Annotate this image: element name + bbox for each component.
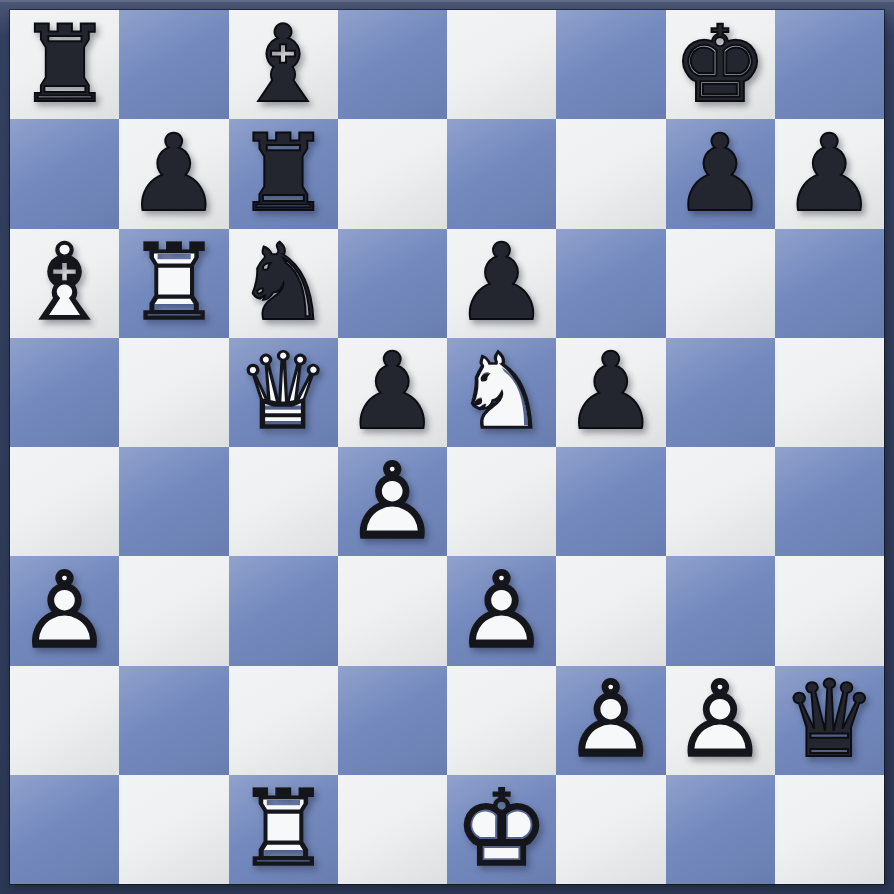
piece-black-queen[interactable]: ♛ <box>775 666 884 775</box>
square-b7[interactable]: ♟ <box>119 119 228 228</box>
square-c5[interactable]: ♛♕ <box>229 338 338 447</box>
square-a8[interactable]: ♜ <box>10 10 119 119</box>
square-f1[interactable] <box>556 775 665 884</box>
square-e2[interactable] <box>447 666 556 775</box>
square-e1[interactable]: ♚♔ <box>447 775 556 884</box>
piece-white-pawn[interactable]: ♟♙ <box>666 666 775 775</box>
square-h7[interactable]: ♟ <box>775 119 884 228</box>
square-c1[interactable]: ♜♖ <box>229 775 338 884</box>
square-h3[interactable] <box>775 556 884 665</box>
square-b5[interactable] <box>119 338 228 447</box>
piece-black-pawn[interactable]: ♟ <box>447 229 556 338</box>
king-glyph-outline: ♔ <box>447 775 556 884</box>
square-a1[interactable] <box>10 775 119 884</box>
square-e7[interactable] <box>447 119 556 228</box>
square-a3[interactable]: ♟♙ <box>10 556 119 665</box>
square-g1[interactable] <box>666 775 775 884</box>
square-a4[interactable] <box>10 447 119 556</box>
square-d1[interactable] <box>338 775 447 884</box>
chess-board: ♜♝♚♟♜♟♟♝♗♜♖♞♟♛♕♟♞♘♟♟♙♟♙♟♙♟♙♟♙♛♜♖♚♔ <box>10 10 884 884</box>
piece-black-knight[interactable]: ♞ <box>229 229 338 338</box>
square-a2[interactable] <box>10 666 119 775</box>
square-c3[interactable] <box>229 556 338 665</box>
square-f6[interactable] <box>556 229 665 338</box>
square-c4[interactable] <box>229 447 338 556</box>
square-b2[interactable] <box>119 666 228 775</box>
piece-black-pawn[interactable]: ♟ <box>338 338 447 447</box>
pawn-glyph-outline: ♙ <box>556 666 665 775</box>
square-e5[interactable]: ♞♘ <box>447 338 556 447</box>
square-e8[interactable] <box>447 10 556 119</box>
square-a6[interactable]: ♝♗ <box>10 229 119 338</box>
square-d4[interactable]: ♟♙ <box>338 447 447 556</box>
square-a5[interactable] <box>10 338 119 447</box>
square-b1[interactable] <box>119 775 228 884</box>
square-g2[interactable]: ♟♙ <box>666 666 775 775</box>
square-f3[interactable] <box>556 556 665 665</box>
square-h4[interactable] <box>775 447 884 556</box>
piece-black-bishop[interactable]: ♝ <box>229 10 338 119</box>
square-b3[interactable] <box>119 556 228 665</box>
square-f5[interactable]: ♟ <box>556 338 665 447</box>
piece-white-queen[interactable]: ♛♕ <box>229 338 338 447</box>
pawn-glyph-outline: ♙ <box>338 447 447 556</box>
square-d7[interactable] <box>338 119 447 228</box>
pawn-glyph-outline: ♙ <box>10 556 119 665</box>
square-h5[interactable] <box>775 338 884 447</box>
square-g7[interactable]: ♟ <box>666 119 775 228</box>
piece-white-pawn[interactable]: ♟♙ <box>338 447 447 556</box>
square-h2[interactable]: ♛ <box>775 666 884 775</box>
square-f4[interactable] <box>556 447 665 556</box>
pawn-glyph-outline: ♙ <box>666 666 775 775</box>
square-e6[interactable]: ♟ <box>447 229 556 338</box>
square-e3[interactable]: ♟♙ <box>447 556 556 665</box>
square-g3[interactable] <box>666 556 775 665</box>
piece-white-rook[interactable]: ♜♖ <box>119 229 228 338</box>
square-d5[interactable]: ♟ <box>338 338 447 447</box>
square-c8[interactable]: ♝ <box>229 10 338 119</box>
piece-white-pawn[interactable]: ♟♙ <box>10 556 119 665</box>
square-d3[interactable] <box>338 556 447 665</box>
board-frame: ♜♝♚♟♜♟♟♝♗♜♖♞♟♛♕♟♞♘♟♟♙♟♙♟♙♟♙♟♙♛♜♖♚♔ <box>0 0 894 894</box>
bishop-glyph-outline: ♗ <box>10 229 119 338</box>
square-b4[interactable] <box>119 447 228 556</box>
rook-glyph-outline: ♖ <box>119 229 228 338</box>
piece-white-pawn[interactable]: ♟♙ <box>447 556 556 665</box>
square-g6[interactable] <box>666 229 775 338</box>
square-f7[interactable] <box>556 119 665 228</box>
queen-glyph-outline: ♕ <box>229 338 338 447</box>
square-d2[interactable] <box>338 666 447 775</box>
piece-black-rook[interactable]: ♜ <box>229 119 338 228</box>
square-b8[interactable] <box>119 10 228 119</box>
piece-black-rook[interactable]: ♜ <box>10 10 119 119</box>
square-g5[interactable] <box>666 338 775 447</box>
piece-white-rook[interactable]: ♜♖ <box>229 775 338 884</box>
square-h1[interactable] <box>775 775 884 884</box>
piece-white-knight[interactable]: ♞♘ <box>447 338 556 447</box>
pawn-glyph-outline: ♙ <box>447 556 556 665</box>
piece-white-pawn[interactable]: ♟♙ <box>556 666 665 775</box>
piece-black-pawn[interactable]: ♟ <box>775 119 884 228</box>
piece-black-pawn[interactable]: ♟ <box>119 119 228 228</box>
piece-black-pawn[interactable]: ♟ <box>556 338 665 447</box>
square-h6[interactable] <box>775 229 884 338</box>
square-d8[interactable] <box>338 10 447 119</box>
square-g8[interactable]: ♚ <box>666 10 775 119</box>
square-c6[interactable]: ♞ <box>229 229 338 338</box>
knight-glyph-outline: ♘ <box>447 338 556 447</box>
piece-black-king[interactable]: ♚ <box>666 10 775 119</box>
piece-white-bishop[interactable]: ♝♗ <box>10 229 119 338</box>
square-g4[interactable] <box>666 447 775 556</box>
piece-black-pawn[interactable]: ♟ <box>666 119 775 228</box>
square-a7[interactable] <box>10 119 119 228</box>
square-f2[interactable]: ♟♙ <box>556 666 665 775</box>
square-f8[interactable] <box>556 10 665 119</box>
square-c7[interactable]: ♜ <box>229 119 338 228</box>
square-c2[interactable] <box>229 666 338 775</box>
square-d6[interactable] <box>338 229 447 338</box>
piece-white-king[interactable]: ♚♔ <box>447 775 556 884</box>
square-b6[interactable]: ♜♖ <box>119 229 228 338</box>
square-e4[interactable] <box>447 447 556 556</box>
square-h8[interactable] <box>775 10 884 119</box>
rook-glyph-outline: ♖ <box>229 775 338 884</box>
